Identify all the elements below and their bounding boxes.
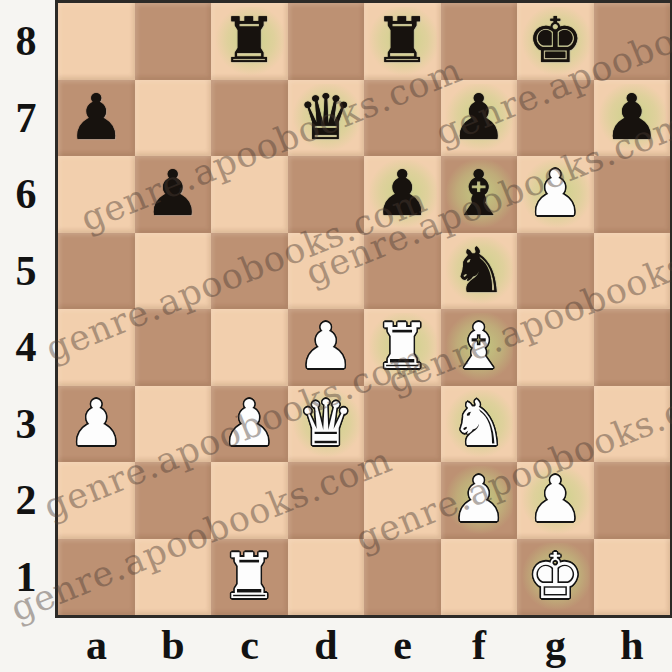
square-h3[interactable] xyxy=(594,386,671,463)
black-pawn-f7: ♟ xyxy=(451,80,507,156)
square-a5[interactable] xyxy=(58,233,135,310)
square-e1[interactable] xyxy=(364,539,441,616)
square-g8[interactable]: ♚ xyxy=(517,3,594,80)
square-g7[interactable] xyxy=(517,80,594,157)
square-d2[interactable] xyxy=(288,462,365,539)
square-g5[interactable] xyxy=(517,233,594,310)
black-king-g8: ♚ xyxy=(527,3,583,79)
white-queen-d3: ♛ xyxy=(298,386,354,462)
square-e8[interactable]: ♜ xyxy=(364,3,441,80)
square-d1[interactable] xyxy=(288,539,365,616)
rank-label-2: 2 xyxy=(0,475,52,525)
square-c5[interactable] xyxy=(211,233,288,310)
white-pawn-f2: ♟ xyxy=(451,462,507,538)
square-d5[interactable] xyxy=(288,233,365,310)
file-label-d: d xyxy=(288,620,365,670)
square-g2[interactable]: ♟ xyxy=(517,462,594,539)
file-label-a: a xyxy=(58,620,135,670)
square-a3[interactable]: ♟ xyxy=(58,386,135,463)
square-e7[interactable] xyxy=(364,80,441,157)
square-f7[interactable]: ♟ xyxy=(441,80,518,157)
white-knight-f3: ♞ xyxy=(451,386,507,462)
square-g1[interactable]: ♚ xyxy=(517,539,594,616)
file-label-c: c xyxy=(211,620,288,670)
white-pawn-a3: ♟ xyxy=(68,386,124,462)
square-c4[interactable] xyxy=(211,309,288,386)
square-b4[interactable] xyxy=(135,309,212,386)
black-pawn-b6: ♟ xyxy=(145,156,201,232)
square-f6[interactable]: ♝ xyxy=(441,156,518,233)
white-rook-e4: ♜ xyxy=(374,309,430,385)
rank-label-4: 4 xyxy=(0,322,52,372)
square-f3[interactable]: ♞ xyxy=(441,386,518,463)
file-label-e: e xyxy=(364,620,441,670)
square-c2[interactable] xyxy=(211,462,288,539)
black-pawn-a7: ♟ xyxy=(68,80,124,156)
square-a4[interactable] xyxy=(58,309,135,386)
rank-label-7: 7 xyxy=(0,93,52,143)
rank-label-1: 1 xyxy=(0,552,52,602)
square-h8[interactable] xyxy=(594,3,671,80)
square-b8[interactable] xyxy=(135,3,212,80)
square-c6[interactable] xyxy=(211,156,288,233)
square-f8[interactable] xyxy=(441,3,518,80)
square-b1[interactable] xyxy=(135,539,212,616)
square-a2[interactable] xyxy=(58,462,135,539)
square-f1[interactable] xyxy=(441,539,518,616)
square-e4[interactable]: ♜ xyxy=(364,309,441,386)
black-rook-e8: ♜ xyxy=(374,3,430,79)
square-h7[interactable]: ♟ xyxy=(594,80,671,157)
black-knight-f5: ♞ xyxy=(451,233,507,309)
rank-label-5: 5 xyxy=(0,246,52,296)
file-label-g: g xyxy=(517,620,594,670)
square-b5[interactable] xyxy=(135,233,212,310)
white-king-g1: ♚ xyxy=(527,539,583,615)
square-d8[interactable] xyxy=(288,3,365,80)
white-pawn-g6: ♟ xyxy=(527,156,583,232)
square-g4[interactable] xyxy=(517,309,594,386)
square-b3[interactable] xyxy=(135,386,212,463)
square-a8[interactable] xyxy=(58,3,135,80)
square-f4[interactable]: ♝ xyxy=(441,309,518,386)
black-pawn-e6: ♟ xyxy=(374,156,430,232)
file-label-h: h xyxy=(594,620,671,670)
square-e5[interactable] xyxy=(364,233,441,310)
square-a6[interactable] xyxy=(58,156,135,233)
square-e2[interactable] xyxy=(364,462,441,539)
black-pawn-h7: ♟ xyxy=(604,80,660,156)
square-c7[interactable] xyxy=(211,80,288,157)
black-bishop-f6: ♝ xyxy=(451,156,507,232)
black-rook-c8: ♜ xyxy=(221,3,277,79)
square-c8[interactable]: ♜ xyxy=(211,3,288,80)
square-b6[interactable]: ♟ xyxy=(135,156,212,233)
white-rook-c1: ♜ xyxy=(221,539,277,615)
file-label-f: f xyxy=(441,620,518,670)
square-f2[interactable]: ♟ xyxy=(441,462,518,539)
square-g3[interactable] xyxy=(517,386,594,463)
square-e3[interactable] xyxy=(364,386,441,463)
square-d4[interactable]: ♟ xyxy=(288,309,365,386)
square-f5[interactable]: ♞ xyxy=(441,233,518,310)
square-a1[interactable] xyxy=(58,539,135,616)
square-h6[interactable] xyxy=(594,156,671,233)
white-pawn-c3: ♟ xyxy=(221,386,277,462)
square-d6[interactable] xyxy=(288,156,365,233)
chess-diagram: ♜♜♚♟♛♟♟♟♟♝♟♞♟♜♝♟♟♛♞♟♟♜♚ 87654321 abcdefg… xyxy=(0,0,672,672)
square-c3[interactable]: ♟ xyxy=(211,386,288,463)
square-a7[interactable]: ♟ xyxy=(58,80,135,157)
square-d7[interactable]: ♛ xyxy=(288,80,365,157)
black-queen-d7: ♛ xyxy=(298,80,354,156)
square-c1[interactable]: ♜ xyxy=(211,539,288,616)
board-frame: ♜♜♚♟♛♟♟♟♟♝♟♞♟♜♝♟♟♛♞♟♟♜♚ xyxy=(55,0,672,618)
white-bishop-f4: ♝ xyxy=(451,309,507,385)
square-h1[interactable] xyxy=(594,539,671,616)
square-d3[interactable]: ♛ xyxy=(288,386,365,463)
square-h5[interactable] xyxy=(594,233,671,310)
square-b7[interactable] xyxy=(135,80,212,157)
square-e6[interactable]: ♟ xyxy=(364,156,441,233)
chess-board: ♜♜♚♟♛♟♟♟♟♝♟♞♟♜♝♟♟♛♞♟♟♜♚ xyxy=(58,3,670,615)
rank-label-8: 8 xyxy=(0,16,52,66)
square-h2[interactable] xyxy=(594,462,671,539)
square-b2[interactable] xyxy=(135,462,212,539)
white-pawn-d4: ♟ xyxy=(298,309,354,385)
white-pawn-g2: ♟ xyxy=(527,462,583,538)
rank-label-6: 6 xyxy=(0,169,52,219)
square-h4[interactable] xyxy=(594,309,671,386)
rank-label-3: 3 xyxy=(0,399,52,449)
file-label-b: b xyxy=(135,620,212,670)
square-g6[interactable]: ♟ xyxy=(517,156,594,233)
